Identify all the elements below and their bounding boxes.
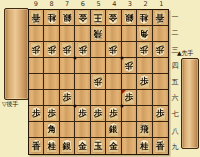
last-move-marker: [122, 90, 126, 94]
board-cell[interactable]: [75, 58, 90, 74]
shogi-piece-sente[interactable]: 銀: [61, 140, 73, 153]
piece-tile: 香: [154, 11, 166, 24]
board-cell[interactable]: [137, 106, 152, 122]
piece-kanji: 角: [47, 125, 56, 134]
star-point: [74, 56, 77, 59]
gote-label: ▽後手: [2, 100, 19, 109]
board-cell[interactable]: [122, 122, 137, 138]
piece-kanji: 歩: [78, 45, 87, 54]
piece-tile: 歩: [138, 43, 150, 56]
shogi-piece-gote[interactable]: 金: [77, 11, 89, 24]
board-cell[interactable]: 飛: [137, 122, 152, 138]
shogi-piece-sente[interactable]: 歩: [30, 107, 42, 120]
board-cell[interactable]: [137, 90, 152, 106]
board-cell[interactable]: 歩: [106, 42, 121, 58]
piece-tile: 玉: [92, 140, 104, 153]
board-cell[interactable]: 角: [44, 122, 59, 138]
piece-kanji: 歩: [156, 45, 165, 54]
piece-tile: 金: [77, 11, 89, 24]
board-cell[interactable]: [29, 26, 44, 42]
piece-kanji: 玉: [94, 142, 103, 151]
piece-kanji: 歩: [63, 45, 72, 54]
shogi-piece-sente[interactable]: 金: [107, 140, 119, 153]
piece-kanji: 香: [156, 142, 165, 151]
piece-kanji: 飛: [140, 125, 149, 134]
piece-kanji: 角: [140, 29, 149, 38]
file-labels: 987654321: [28, 0, 169, 9]
board-cell[interactable]: [153, 58, 168, 74]
shogi-piece-sente[interactable]: 歩: [138, 75, 150, 88]
file-label: 6: [75, 0, 91, 9]
board-cell[interactable]: [153, 90, 168, 106]
shogi-piece-gote[interactable]: 歩: [92, 75, 104, 88]
file-label: 9: [28, 0, 44, 9]
piece-tile: 桂: [46, 140, 58, 153]
board-cell[interactable]: [60, 58, 75, 74]
piece-kanji: 銀: [63, 142, 72, 151]
board-cell[interactable]: [75, 26, 90, 42]
piece-tile: 桂: [46, 11, 58, 24]
rank-label: 二: [170, 25, 180, 41]
shogi-piece-sente[interactable]: 歩: [61, 91, 73, 104]
shogi-piece-sente[interactable]: 歩: [92, 107, 104, 120]
piece-kanji: 歩: [125, 93, 134, 102]
piece-tile: 銀: [61, 11, 73, 24]
rank-label: 七: [170, 106, 180, 122]
board-cell[interactable]: 王: [91, 10, 106, 26]
board-cell[interactable]: 銀: [60, 138, 75, 154]
board-cell[interactable]: 歩: [137, 42, 152, 58]
shogi-diagram: 987654321 一二三四五六七八九 ▽後手 香桂銀金王金銀桂香飛角歩歩歩歩歩…: [0, 0, 200, 157]
piece-tile: 歩: [30, 43, 42, 56]
piece-tile: 歩: [107, 107, 119, 120]
piece-kanji: 桂: [140, 13, 149, 22]
shogi-piece-sente[interactable]: 歩: [46, 107, 58, 120]
board-cell[interactable]: 歩: [44, 42, 59, 58]
file-label: 7: [59, 0, 75, 9]
board-cell[interactable]: [153, 26, 168, 42]
board-cell[interactable]: 桂: [137, 10, 152, 26]
shogi-piece-gote[interactable]: 歩: [46, 43, 58, 56]
board-cell[interactable]: 桂: [137, 138, 152, 154]
shogi-piece-sente[interactable]: 玉: [92, 140, 104, 153]
board-cell[interactable]: 銀: [122, 10, 137, 26]
piece-tile: 金: [77, 140, 89, 153]
board-cell[interactable]: [153, 74, 168, 90]
piece-kanji: 銀: [63, 13, 72, 22]
piece-tile: 銀: [61, 140, 73, 153]
board-cell[interactable]: 歩: [60, 90, 75, 106]
board-cell[interactable]: [106, 58, 121, 74]
board-cell[interactable]: 歩: [153, 42, 168, 58]
star-point: [120, 56, 123, 59]
board-cell[interactable]: [60, 122, 75, 138]
board-cell[interactable]: 香: [29, 138, 44, 154]
piece-kanji: 銀: [109, 125, 118, 134]
shogi-piece-gote[interactable]: 歩: [123, 59, 135, 72]
piece-kanji: 歩: [125, 61, 134, 70]
piece-tile: 銀: [107, 123, 119, 136]
board-cell[interactable]: 歩: [60, 42, 75, 58]
piece-kanji: 香: [32, 142, 41, 151]
shogi-piece-gote[interactable]: 歩: [107, 43, 119, 56]
piece-tile: 歩: [154, 43, 166, 56]
file-label: 8: [44, 0, 60, 9]
board-cell[interactable]: [122, 26, 137, 42]
board-cell[interactable]: [29, 58, 44, 74]
rank-label: 五: [170, 74, 180, 90]
piece-tile: 歩: [154, 107, 166, 120]
board-cell[interactable]: [91, 122, 106, 138]
piece-kanji: 歩: [94, 109, 103, 118]
board-cell[interactable]: [60, 26, 75, 42]
piece-tile: 歩: [107, 43, 119, 56]
sente-label: ▲先手: [177, 49, 194, 58]
piece-tile: 飛: [92, 27, 104, 40]
piece-kanji: 歩: [156, 109, 165, 118]
piece-tile: 歩: [30, 107, 42, 120]
sente-piece-stand[interactable]: [181, 58, 199, 149]
shogi-piece-gote[interactable]: 桂: [138, 11, 150, 24]
board-cell[interactable]: 角: [137, 26, 152, 42]
piece-kanji: 金: [78, 13, 87, 22]
board-cell[interactable]: [29, 74, 44, 90]
board-cell[interactable]: 金: [106, 10, 121, 26]
board-cell[interactable]: [75, 122, 90, 138]
board-cell[interactable]: 金: [75, 138, 90, 154]
piece-tile: 歩: [61, 43, 73, 56]
board-cell[interactable]: 歩: [122, 58, 137, 74]
shogi-piece-sente[interactable]: 歩: [77, 107, 89, 120]
file-label: 5: [91, 0, 107, 9]
shogi-piece-sente[interactable]: 桂: [46, 140, 58, 153]
board-cell[interactable]: [60, 106, 75, 122]
shogi-piece-gote[interactable]: 歩: [77, 43, 89, 56]
rank-label: 六: [170, 90, 180, 106]
piece-kanji: 歩: [32, 109, 41, 118]
board-cell[interactable]: 歩: [153, 106, 168, 122]
rank-label: 九: [170, 139, 180, 155]
piece-kanji: 金: [78, 142, 87, 151]
piece-kanji: 歩: [47, 109, 56, 118]
board-cell[interactable]: 歩: [29, 42, 44, 58]
shogi-piece-gote[interactable]: 歩: [30, 43, 42, 56]
piece-tile: 香: [30, 140, 42, 153]
board-cell[interactable]: [91, 42, 106, 58]
piece-kanji: 歩: [32, 45, 41, 54]
rank-label: 一: [170, 9, 180, 25]
board-cell[interactable]: 歩: [122, 90, 137, 106]
shogi-piece-gote[interactable]: 歩: [61, 43, 73, 56]
board-cell[interactable]: [106, 90, 121, 106]
gote-piece-stand[interactable]: [4, 8, 29, 100]
piece-kanji: 金: [109, 13, 118, 22]
board-cell[interactable]: 銀: [60, 10, 75, 26]
board-cell[interactable]: [75, 90, 90, 106]
star-point: [120, 105, 123, 108]
file-label: 1: [153, 0, 169, 9]
board-cell[interactable]: 歩: [106, 106, 121, 122]
board-cell[interactable]: [153, 122, 168, 138]
board-cell[interactable]: 玉: [91, 138, 106, 154]
board-cell[interactable]: 歩: [91, 106, 106, 122]
piece-tile: 歩: [77, 43, 89, 56]
board-cell[interactable]: [122, 106, 137, 122]
shogi-piece-gote[interactable]: 金: [107, 11, 119, 24]
shogi-piece-gote[interactable]: 香: [154, 11, 166, 24]
shogi-piece-gote[interactable]: 飛: [92, 27, 104, 40]
board-cell[interactable]: [44, 26, 59, 42]
piece-tile: 角: [138, 27, 150, 40]
piece-kanji: 香: [156, 13, 165, 22]
piece-kanji: 王: [94, 13, 103, 22]
shogi-piece-gote[interactable]: 歩: [138, 43, 150, 56]
board-cell[interactable]: [106, 74, 121, 90]
file-label: 4: [106, 0, 122, 9]
piece-tile: 歩: [138, 75, 150, 88]
piece-tile: 桂: [138, 140, 150, 153]
piece-kanji: 歩: [140, 45, 149, 54]
piece-tile: 金: [107, 11, 119, 24]
shogi-piece-sente[interactable]: 桂: [138, 140, 150, 153]
piece-kanji: 歩: [78, 109, 87, 118]
piece-tile: 香: [30, 11, 42, 24]
piece-tile: 歩: [77, 107, 89, 120]
shogi-piece-sente[interactable]: 角: [46, 123, 58, 136]
piece-kanji: 桂: [140, 142, 149, 151]
piece-tile: 歩: [92, 75, 104, 88]
board-cell[interactable]: [122, 74, 137, 90]
shogi-piece-sente[interactable]: 金: [77, 140, 89, 153]
board-cell[interactable]: [122, 138, 137, 154]
shogi-piece-gote[interactable]: 桂: [46, 11, 58, 24]
piece-kanji: 歩: [109, 109, 118, 118]
board-cell[interactable]: 歩: [75, 42, 90, 58]
board-cell[interactable]: 歩: [44, 106, 59, 122]
shogi-piece-gote[interactable]: 角: [138, 27, 150, 40]
piece-kanji: 歩: [63, 93, 72, 102]
board-cell[interactable]: [60, 74, 75, 90]
star-point: [74, 105, 77, 108]
piece-kanji: 歩: [47, 45, 56, 54]
board-cell[interactable]: 桂: [44, 138, 59, 154]
shogi-piece-sente[interactable]: 歩: [154, 107, 166, 120]
board-cell[interactable]: 金: [75, 10, 90, 26]
board-cell[interactable]: 香: [29, 10, 44, 26]
piece-tile: 歩: [61, 91, 73, 104]
piece-kanji: 銀: [125, 13, 134, 22]
piece-tile: 金: [107, 140, 119, 153]
board-cell[interactable]: [137, 58, 152, 74]
piece-tile: 銀: [123, 11, 135, 24]
piece-tile: 王: [92, 11, 104, 24]
piece-tile: 桂: [138, 11, 150, 24]
shogi-piece-sente[interactable]: 歩: [107, 107, 119, 120]
rank-label: 八: [170, 123, 180, 139]
board-cell[interactable]: [106, 26, 121, 42]
board-cell[interactable]: [29, 90, 44, 106]
piece-kanji: 歩: [140, 77, 149, 86]
piece-tile: 歩: [46, 107, 58, 120]
shogi-piece-sente[interactable]: 香: [154, 140, 166, 153]
board-cell[interactable]: [91, 58, 106, 74]
shogi-piece-gote[interactable]: 王: [92, 11, 104, 24]
board-cell[interactable]: 桂: [44, 10, 59, 26]
board-cell[interactable]: 金: [106, 138, 121, 154]
shogi-board: 香桂銀金王金銀桂香飛角歩歩歩歩歩歩歩歩歩歩歩歩歩歩歩歩歩歩角銀飛香桂銀金玉金桂香: [28, 9, 169, 155]
board-cell[interactable]: [44, 58, 59, 74]
piece-tile: 歩: [123, 59, 135, 72]
shogi-piece-gote[interactable]: 歩: [154, 43, 166, 56]
rank-labels: 一二三四五六七八九: [170, 9, 180, 155]
piece-kanji: 桂: [47, 13, 56, 22]
board-cell[interactable]: [44, 90, 59, 106]
board-cell[interactable]: [29, 122, 44, 138]
piece-kanji: 歩: [109, 45, 118, 54]
piece-kanji: 歩: [94, 77, 103, 86]
board-cell[interactable]: [75, 74, 90, 90]
piece-tile: 香: [154, 140, 166, 153]
piece-tile: 歩: [92, 107, 104, 120]
board-cell[interactable]: 歩: [29, 106, 44, 122]
shogi-piece-gote[interactable]: 銀: [61, 11, 73, 24]
board-cell[interactable]: 銀: [106, 122, 121, 138]
shogi-piece-gote[interactable]: 香: [30, 11, 42, 24]
board-cell[interactable]: [44, 74, 59, 90]
piece-kanji: 香: [32, 13, 41, 22]
board-cell[interactable]: 飛: [91, 26, 106, 42]
piece-tile: 飛: [138, 123, 150, 136]
piece-kanji: 桂: [47, 142, 56, 151]
board-cell[interactable]: 歩: [75, 106, 90, 122]
piece-tile: 歩: [46, 43, 58, 56]
piece-kanji: 飛: [94, 29, 103, 38]
rank-label: 四: [170, 58, 180, 74]
shogi-piece-gote[interactable]: 銀: [123, 11, 135, 24]
board-cell[interactable]: [122, 42, 137, 58]
piece-kanji: 金: [109, 142, 118, 151]
file-label: 2: [138, 0, 154, 9]
shogi-piece-sente[interactable]: 銀: [107, 123, 119, 136]
piece-tile: 角: [46, 123, 58, 136]
board-cell[interactable]: 歩: [91, 74, 106, 90]
board-cell[interactable]: 香: [153, 138, 168, 154]
shogi-piece-sente[interactable]: 飛: [138, 123, 150, 136]
board-cell[interactable]: [91, 90, 106, 106]
file-label: 3: [122, 0, 138, 9]
board-cell[interactable]: 香: [153, 10, 168, 26]
board-cell[interactable]: 歩: [137, 74, 152, 90]
shogi-piece-sente[interactable]: 香: [30, 140, 42, 153]
